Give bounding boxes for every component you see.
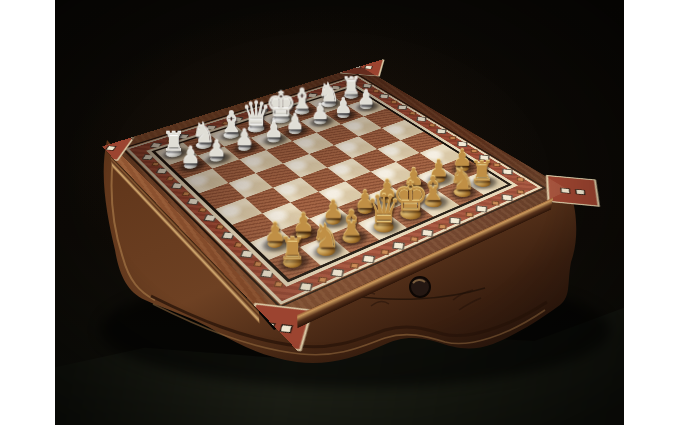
inlay-diamond-copper xyxy=(409,112,416,116)
pawn-glyph: ♟ xyxy=(180,145,201,168)
inlay-diamond-white xyxy=(398,105,408,110)
pawn-glyph: ♟ xyxy=(286,111,305,133)
corner-inlay-diamond xyxy=(262,322,276,331)
inlay-diamond-white xyxy=(331,86,341,91)
corner-inlay-diamond xyxy=(92,144,104,149)
inlay-diamond-copper xyxy=(516,177,523,181)
pawn-glyph: ♟ xyxy=(207,138,227,161)
inlay-diamond-copper xyxy=(410,237,419,242)
inlay-diamond-white xyxy=(436,129,446,134)
inlay-diamond-white xyxy=(449,217,461,224)
inlay-diamond-white xyxy=(476,205,487,212)
inlay-diamond-copper xyxy=(350,263,359,269)
corner-inlay-triangle xyxy=(340,57,385,77)
corner-inlay-diamond xyxy=(575,189,585,195)
inlay-diamond-copper xyxy=(449,136,456,140)
inlay-diamond-copper xyxy=(438,224,446,229)
inlay-diamond-copper xyxy=(318,277,328,283)
inlay-diamond-copper xyxy=(298,97,305,100)
inlay-diamond-copper xyxy=(391,100,398,103)
rook-glyph: ♜ xyxy=(278,233,306,265)
inlay-diamond-white xyxy=(392,242,405,250)
pawn-glyph: ♟ xyxy=(334,96,353,117)
inlay-diamond-copper xyxy=(321,90,328,93)
corner-inlay-diamond xyxy=(353,65,361,69)
inlay-diamond-copper xyxy=(273,105,280,108)
knight-glyph: ♞ xyxy=(448,165,475,195)
pawn-glyph: ♟ xyxy=(311,102,330,123)
inlay-diamond-white xyxy=(362,83,372,87)
knight-glyph: ♞ xyxy=(312,220,342,253)
board-perspective-wrap: ♜♞♝♛♚♝♞♜♟♟♟♟♟♟♟♟♟♟♟♟♟♟♟♟♜♞♝♛♚♝♞♜ xyxy=(55,0,624,425)
chess-board: ♜♞♝♛♚♝♞♜♟♟♟♟♟♟♟♟♟♟♟♟♟♟♟♟♜♞♝♛♚♝♞♜ xyxy=(102,66,569,326)
inlay-diamond-copper xyxy=(248,113,256,117)
inlay-diamond-white xyxy=(421,229,433,237)
pawn-glyph: ♟ xyxy=(235,127,255,149)
inlay-diamond-copper xyxy=(429,123,436,127)
corner-inlay-triangle xyxy=(546,175,600,207)
inlay-diamond-white xyxy=(417,117,427,122)
corner-inlay-diamond xyxy=(364,66,372,70)
inlay-diamond-white xyxy=(298,283,312,292)
corner-inlay-diamond xyxy=(560,188,570,194)
photo-margin-left xyxy=(0,0,55,425)
inlay-diamond-white xyxy=(380,94,390,99)
inlay-diamond-white xyxy=(307,93,317,98)
inlay-diamond-copper xyxy=(166,176,175,180)
photograph: ♜♞♝♛♚♝♞♜♟♟♟♟♟♟♟♟♟♟♟♟♟♟♟♟♜♞♝♛♚♝♞♜ xyxy=(55,0,624,425)
corner-inlay-diamond xyxy=(105,146,117,151)
inlay-diamond-copper xyxy=(373,89,380,92)
inlay-diamond-copper xyxy=(517,190,524,195)
inlay-diamond-white xyxy=(362,255,375,263)
pawn-glyph: ♟ xyxy=(264,120,284,142)
inlay-diamond-copper xyxy=(465,212,473,217)
corner-inlay-diamond xyxy=(279,324,293,333)
photo-margin-right xyxy=(624,0,680,425)
queen-glyph: ♛ xyxy=(366,190,402,230)
inlay-diamond-copper xyxy=(344,83,351,86)
inlay-diamond-white xyxy=(142,154,155,160)
